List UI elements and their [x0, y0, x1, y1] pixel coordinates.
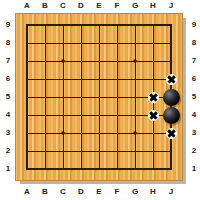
black-stone-J5: [163, 89, 180, 106]
intersection-D1[interactable]: [72, 160, 90, 178]
column-label-top-D: D: [78, 2, 84, 10]
intersection-B1[interactable]: [36, 160, 54, 178]
intersection-B6[interactable]: [36, 70, 54, 88]
column-label-top-C: C: [60, 2, 66, 10]
go-diagram: AABBCCDDEEFFGGHHJJ998877665544332211: [0, 0, 200, 200]
intersection-E7[interactable]: [90, 52, 108, 70]
intersection-A1[interactable]: [18, 160, 36, 178]
intersection-E9[interactable]: [90, 16, 108, 34]
column-label-top-B: B: [42, 2, 48, 10]
intersection-C4[interactable]: [54, 106, 72, 124]
intersection-E5[interactable]: [90, 88, 108, 106]
intersection-J9[interactable]: [162, 16, 180, 34]
intersection-G2[interactable]: [126, 142, 144, 160]
intersection-G1[interactable]: [126, 160, 144, 178]
intersection-H7[interactable]: [144, 52, 162, 70]
intersection-B2[interactable]: [36, 142, 54, 160]
intersection-H4[interactable]: [144, 106, 162, 124]
row-label-left-3: 3: [6, 129, 10, 137]
intersection-J6[interactable]: [162, 70, 180, 88]
intersection-D7[interactable]: [72, 52, 90, 70]
intersection-J3[interactable]: [162, 124, 180, 142]
intersection-B5[interactable]: [36, 88, 54, 106]
intersection-D2[interactable]: [72, 142, 90, 160]
intersection-J1[interactable]: [162, 160, 180, 178]
row-label-right-5: 5: [192, 93, 196, 101]
intersection-C3[interactable]: [54, 124, 72, 142]
row-label-left-7: 7: [6, 57, 10, 65]
column-label-top-H: H: [150, 2, 156, 10]
column-label-bottom-D: D: [78, 188, 84, 196]
column-label-bottom-G: G: [132, 188, 138, 196]
row-label-right-2: 2: [192, 147, 196, 155]
intersection-J4[interactable]: [162, 106, 180, 124]
intersection-G4[interactable]: [126, 106, 144, 124]
row-label-right-4: 4: [192, 111, 196, 119]
row-label-left-1: 1: [6, 165, 10, 173]
intersection-E8[interactable]: [90, 34, 108, 52]
intersection-F9[interactable]: [108, 16, 126, 34]
intersection-H2[interactable]: [144, 142, 162, 160]
intersection-E2[interactable]: [90, 142, 108, 160]
intersection-C6[interactable]: [54, 70, 72, 88]
intersection-C9[interactable]: [54, 16, 72, 34]
go-board[interactable]: [15, 13, 183, 181]
intersection-C2[interactable]: [54, 142, 72, 160]
intersection-F6[interactable]: [108, 70, 126, 88]
intersection-G7[interactable]: [126, 52, 144, 70]
intersection-C5[interactable]: [54, 88, 72, 106]
liberty-mark-J3: [166, 128, 177, 139]
liberty-mark-H4: [148, 110, 159, 121]
intersection-A9[interactable]: [18, 16, 36, 34]
column-label-top-G: G: [132, 2, 138, 10]
column-label-bottom-A: A: [24, 188, 30, 196]
liberty-mark-H5: [148, 92, 159, 103]
intersection-H1[interactable]: [144, 160, 162, 178]
intersection-G5[interactable]: [126, 88, 144, 106]
intersection-E1[interactable]: [90, 160, 108, 178]
row-label-right-6: 6: [192, 75, 196, 83]
intersection-F8[interactable]: [108, 34, 126, 52]
liberty-mark-J6: [166, 74, 177, 85]
intersection-A3[interactable]: [18, 124, 36, 142]
column-label-top-A: A: [24, 2, 30, 10]
intersection-J2[interactable]: [162, 142, 180, 160]
intersection-G6[interactable]: [126, 70, 144, 88]
intersection-C7[interactable]: [54, 52, 72, 70]
intersection-G8[interactable]: [126, 34, 144, 52]
row-label-left-6: 6: [6, 75, 10, 83]
intersection-A7[interactable]: [18, 52, 36, 70]
intersection-H3[interactable]: [144, 124, 162, 142]
intersection-D9[interactable]: [72, 16, 90, 34]
intersection-B8[interactable]: [36, 34, 54, 52]
intersection-D5[interactable]: [72, 88, 90, 106]
intersection-A2[interactable]: [18, 142, 36, 160]
row-label-left-5: 5: [6, 93, 10, 101]
intersection-H8[interactable]: [144, 34, 162, 52]
intersection-B7[interactable]: [36, 52, 54, 70]
intersection-D3[interactable]: [72, 124, 90, 142]
intersection-H6[interactable]: [144, 70, 162, 88]
row-label-right-9: 9: [192, 21, 196, 29]
intersection-G9[interactable]: [126, 16, 144, 34]
intersection-B9[interactable]: [36, 16, 54, 34]
row-label-right-1: 1: [192, 165, 196, 173]
intersection-F4[interactable]: [108, 106, 126, 124]
intersection-B4[interactable]: [36, 106, 54, 124]
intersection-A6[interactable]: [18, 70, 36, 88]
intersection-E6[interactable]: [90, 70, 108, 88]
intersection-F2[interactable]: [108, 142, 126, 160]
intersection-A5[interactable]: [18, 88, 36, 106]
row-label-left-4: 4: [6, 111, 10, 119]
row-label-right-3: 3: [192, 129, 196, 137]
intersection-J8[interactable]: [162, 34, 180, 52]
board-intersections: [18, 16, 180, 178]
intersection-D8[interactable]: [72, 34, 90, 52]
intersection-D4[interactable]: [72, 106, 90, 124]
intersection-E3[interactable]: [90, 124, 108, 142]
intersection-D6[interactable]: [72, 70, 90, 88]
intersection-G3[interactable]: [126, 124, 144, 142]
column-label-top-F: F: [115, 2, 120, 10]
intersection-J5[interactable]: [162, 88, 180, 106]
column-label-bottom-F: F: [115, 188, 120, 196]
row-label-right-8: 8: [192, 39, 196, 47]
intersection-C8[interactable]: [54, 34, 72, 52]
column-label-bottom-C: C: [60, 188, 66, 196]
column-label-bottom-E: E: [96, 188, 101, 196]
intersection-F3[interactable]: [108, 124, 126, 142]
column-label-bottom-J: J: [169, 188, 173, 196]
intersection-J7[interactable]: [162, 52, 180, 70]
column-label-top-J: J: [169, 2, 173, 10]
intersection-F1[interactable]: [108, 160, 126, 178]
intersection-H9[interactable]: [144, 16, 162, 34]
intersection-F7[interactable]: [108, 52, 126, 70]
intersection-E4[interactable]: [90, 106, 108, 124]
row-label-left-8: 8: [6, 39, 10, 47]
column-label-top-E: E: [96, 2, 101, 10]
column-label-bottom-B: B: [42, 188, 48, 196]
column-label-bottom-H: H: [150, 188, 156, 196]
row-label-left-9: 9: [6, 21, 10, 29]
intersection-H5[interactable]: [144, 88, 162, 106]
intersection-A4[interactable]: [18, 106, 36, 124]
intersection-F5[interactable]: [108, 88, 126, 106]
row-label-right-7: 7: [192, 57, 196, 65]
row-label-left-2: 2: [6, 147, 10, 155]
black-stone-J4: [163, 107, 180, 124]
intersection-C1[interactable]: [54, 160, 72, 178]
intersection-B3[interactable]: [36, 124, 54, 142]
intersection-A8[interactable]: [18, 34, 36, 52]
